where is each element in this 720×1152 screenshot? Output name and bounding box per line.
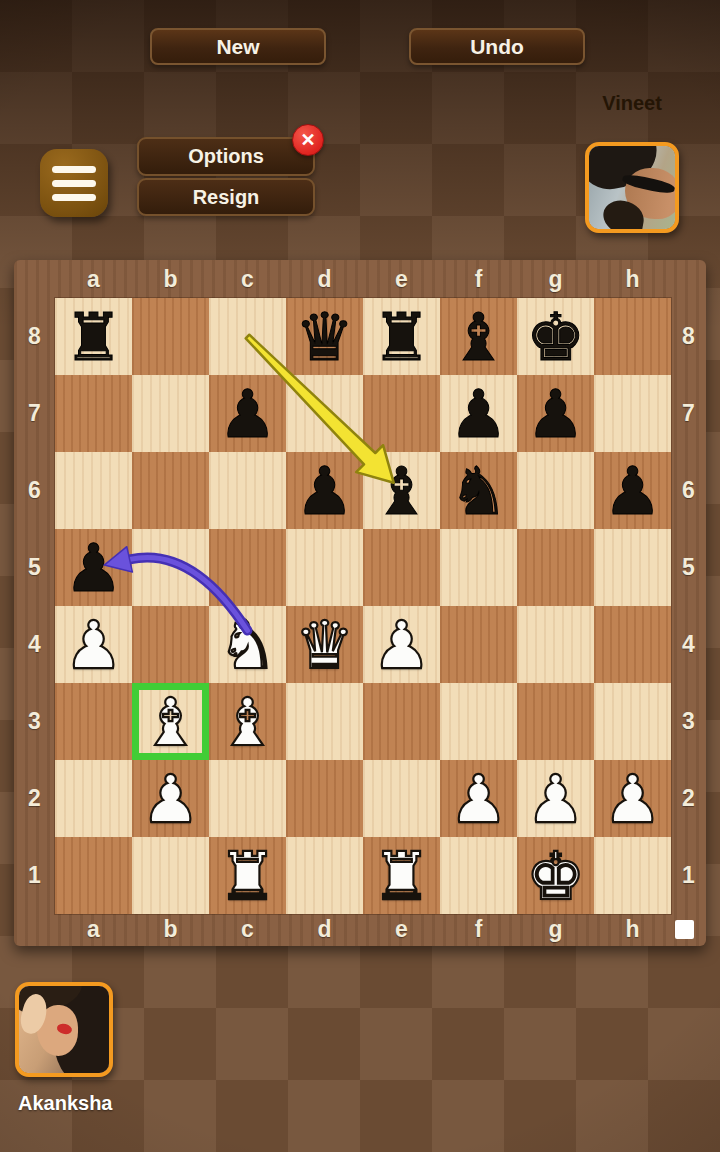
file-label-f: f — [440, 914, 517, 946]
square-a5[interactable]: ♟ — [55, 529, 132, 606]
file-label-f: f — [440, 260, 517, 298]
square-h1[interactable] — [594, 837, 671, 914]
chess-board: abcdefgh abcdefgh 87654321 87654321 ♜♛♜♝… — [14, 260, 706, 946]
square-g2[interactable]: ♟ — [517, 760, 594, 837]
square-f7[interactable]: ♟ — [440, 375, 517, 452]
black-pawn: ♟ — [55, 529, 132, 606]
square-b5[interactable] — [132, 529, 209, 606]
white-bishop: ♝ — [209, 683, 286, 760]
square-h6[interactable]: ♟ — [594, 452, 671, 529]
square-e6[interactable]: ♝ — [363, 452, 440, 529]
white-knight: ♞ — [209, 606, 286, 683]
rank-label-8: 8 — [671, 298, 706, 375]
file-label-h: h — [594, 260, 671, 298]
file-label-d: d — [286, 260, 363, 298]
square-c7[interactable]: ♟ — [209, 375, 286, 452]
file-label-g: g — [517, 260, 594, 298]
square-f3[interactable] — [440, 683, 517, 760]
file-label-b: b — [132, 914, 209, 946]
white-pawn: ♟ — [363, 606, 440, 683]
square-a7[interactable] — [55, 375, 132, 452]
chess-app-screen: New Undo Options Resign ✕ Vineet abcdefg… — [0, 0, 720, 1152]
file-labels-top: abcdefgh — [55, 260, 671, 298]
opponent-avatar[interactable] — [585, 142, 679, 233]
black-bishop: ♝ — [363, 452, 440, 529]
square-d8[interactable]: ♛ — [286, 298, 363, 375]
new-game-button[interactable]: New — [150, 28, 326, 65]
square-d3[interactable] — [286, 683, 363, 760]
square-c3[interactable]: ♝ — [209, 683, 286, 760]
square-f1[interactable] — [440, 837, 517, 914]
square-c6[interactable] — [209, 452, 286, 529]
black-pawn: ♟ — [286, 452, 363, 529]
square-g6[interactable] — [517, 452, 594, 529]
rank-label-5: 5 — [671, 529, 706, 606]
square-a8[interactable]: ♜ — [55, 298, 132, 375]
square-e7[interactable] — [363, 375, 440, 452]
hamburger-icon — [52, 180, 96, 187]
file-label-g: g — [517, 914, 594, 946]
square-g8[interactable]: ♚ — [517, 298, 594, 375]
square-g5[interactable] — [517, 529, 594, 606]
square-f6[interactable]: ♞ — [440, 452, 517, 529]
square-a2[interactable] — [55, 760, 132, 837]
white-pawn: ♟ — [132, 760, 209, 837]
hamburger-icon — [52, 166, 96, 173]
square-h8[interactable] — [594, 298, 671, 375]
square-d5[interactable] — [286, 529, 363, 606]
square-c5[interactable] — [209, 529, 286, 606]
square-e8[interactable]: ♜ — [363, 298, 440, 375]
white-rook: ♜ — [363, 837, 440, 914]
player-avatar[interactable] — [15, 982, 113, 1077]
square-b8[interactable] — [132, 298, 209, 375]
square-b6[interactable] — [132, 452, 209, 529]
square-a4[interactable]: ♟ — [55, 606, 132, 683]
close-icon[interactable]: ✕ — [292, 124, 324, 156]
square-b4[interactable] — [132, 606, 209, 683]
black-pawn: ♟ — [209, 375, 286, 452]
square-h4[interactable] — [594, 606, 671, 683]
square-c4[interactable]: ♞ — [209, 606, 286, 683]
square-g1[interactable]: ♚ — [517, 837, 594, 914]
white-pawn: ♟ — [517, 760, 594, 837]
square-e3[interactable] — [363, 683, 440, 760]
black-pawn: ♟ — [440, 375, 517, 452]
white-pawn: ♟ — [594, 760, 671, 837]
square-b3[interactable]: ♝ — [132, 683, 209, 760]
square-d2[interactable] — [286, 760, 363, 837]
file-label-c: c — [209, 914, 286, 946]
square-a6[interactable] — [55, 452, 132, 529]
rank-label-7: 7 — [14, 375, 55, 452]
rank-label-2: 2 — [671, 760, 706, 837]
board-squares: ♜♛♜♝♚♟♟♟♟♝♞♟♟♟♞♛♟♝♝♟♟♟♟♜♜♚ — [55, 298, 671, 914]
resign-button[interactable]: Resign — [137, 178, 315, 216]
black-pawn: ♟ — [594, 452, 671, 529]
square-d4[interactable]: ♛ — [286, 606, 363, 683]
square-f5[interactable] — [440, 529, 517, 606]
square-d7[interactable] — [286, 375, 363, 452]
file-label-e: e — [363, 260, 440, 298]
rank-label-6: 6 — [671, 452, 706, 529]
player-name: Akanksha — [18, 1092, 198, 1115]
menu-button[interactable] — [40, 149, 108, 217]
file-label-h: h — [594, 914, 671, 946]
black-rook: ♜ — [55, 298, 132, 375]
square-h2[interactable]: ♟ — [594, 760, 671, 837]
black-pawn: ♟ — [517, 375, 594, 452]
square-e4[interactable]: ♟ — [363, 606, 440, 683]
black-knight: ♞ — [440, 452, 517, 529]
white-bishop: ♝ — [132, 683, 209, 760]
file-label-e: e — [363, 914, 440, 946]
square-f4[interactable] — [440, 606, 517, 683]
hamburger-icon — [52, 194, 96, 201]
square-e1[interactable]: ♜ — [363, 837, 440, 914]
black-bishop: ♝ — [440, 298, 517, 375]
rank-label-3: 3 — [671, 683, 706, 760]
options-button[interactable]: Options — [137, 137, 315, 176]
file-labels-bottom: abcdefgh — [55, 914, 671, 946]
file-label-d: d — [286, 914, 363, 946]
square-f2[interactable]: ♟ — [440, 760, 517, 837]
rank-labels-left: 87654321 — [14, 298, 55, 914]
rank-labels-right: 87654321 — [671, 298, 706, 914]
square-g4[interactable] — [517, 606, 594, 683]
square-c2[interactable] — [209, 760, 286, 837]
rank-label-2: 2 — [14, 760, 55, 837]
square-b1[interactable] — [132, 837, 209, 914]
rank-label-7: 7 — [671, 375, 706, 452]
square-d6[interactable]: ♟ — [286, 452, 363, 529]
rank-label-1: 1 — [671, 837, 706, 914]
black-rook: ♜ — [363, 298, 440, 375]
black-king: ♚ — [517, 298, 594, 375]
rank-label-5: 5 — [14, 529, 55, 606]
rank-label-6: 6 — [14, 452, 55, 529]
file-label-c: c — [209, 260, 286, 298]
file-label-b: b — [132, 260, 209, 298]
square-e2[interactable] — [363, 760, 440, 837]
square-f8[interactable]: ♝ — [440, 298, 517, 375]
square-a3[interactable] — [55, 683, 132, 760]
square-g7[interactable]: ♟ — [517, 375, 594, 452]
square-b2[interactable]: ♟ — [132, 760, 209, 837]
undo-button[interactable]: Undo — [409, 28, 585, 65]
square-a1[interactable] — [55, 837, 132, 914]
black-queen: ♛ — [286, 298, 363, 375]
square-c8[interactable] — [209, 298, 286, 375]
square-h3[interactable] — [594, 683, 671, 760]
square-h5[interactable] — [594, 529, 671, 606]
file-label-a: a — [55, 260, 132, 298]
rank-label-4: 4 — [14, 606, 55, 683]
square-g3[interactable] — [517, 683, 594, 760]
file-label-a: a — [55, 914, 132, 946]
square-d1[interactable] — [286, 837, 363, 914]
rank-label-8: 8 — [14, 298, 55, 375]
square-b7[interactable] — [132, 375, 209, 452]
opponent-name: Vineet — [584, 92, 680, 115]
square-c1[interactable]: ♜ — [209, 837, 286, 914]
white-to-move-icon — [675, 920, 694, 939]
rank-label-4: 4 — [671, 606, 706, 683]
white-rook: ♜ — [209, 837, 286, 914]
white-pawn: ♟ — [55, 606, 132, 683]
rank-label-1: 1 — [14, 837, 55, 914]
rank-label-3: 3 — [14, 683, 55, 760]
square-h7[interactable] — [594, 375, 671, 452]
white-queen: ♛ — [286, 606, 363, 683]
square-e5[interactable] — [363, 529, 440, 606]
white-pawn: ♟ — [440, 760, 517, 837]
white-king: ♚ — [517, 837, 594, 914]
